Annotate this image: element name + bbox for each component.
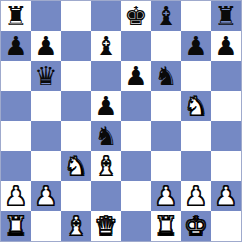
square-d5[interactable]: ♟ (91, 91, 121, 121)
square-e3[interactable] (121, 151, 151, 181)
square-h6[interactable] (211, 61, 241, 91)
square-g6[interactable] (181, 61, 211, 91)
black-pawn[interactable]: ♟ (124, 61, 147, 91)
white-pawn[interactable]: ♟ (154, 181, 177, 211)
square-e6[interactable]: ♟ (121, 61, 151, 91)
square-h7[interactable]: ♟ (211, 31, 241, 61)
square-h3[interactable] (211, 151, 241, 181)
square-c1[interactable]: ♝ (61, 211, 91, 241)
square-c2[interactable] (61, 181, 91, 211)
square-e1[interactable] (121, 211, 151, 241)
black-rook[interactable]: ♜ (4, 1, 27, 31)
square-d4[interactable]: ♞ (91, 121, 121, 151)
square-a6[interactable] (1, 61, 31, 91)
square-c3[interactable]: ♞ (61, 151, 91, 181)
square-a3[interactable] (1, 151, 31, 181)
square-b4[interactable] (31, 121, 61, 151)
black-pawn[interactable]: ♟ (4, 31, 27, 61)
white-queen[interactable]: ♛ (94, 211, 117, 241)
black-bishop[interactable]: ♝ (154, 1, 177, 31)
square-h4[interactable] (211, 121, 241, 151)
white-bishop[interactable]: ♝ (94, 151, 117, 181)
square-g1[interactable]: ♚ (181, 211, 211, 241)
square-c7[interactable] (61, 31, 91, 61)
black-knight[interactable]: ♞ (154, 61, 177, 91)
square-b2[interactable]: ♟ (31, 181, 61, 211)
square-g2[interactable]: ♟ (181, 181, 211, 211)
square-d8[interactable] (91, 1, 121, 31)
white-bishop[interactable]: ♝ (64, 211, 87, 241)
black-pawn[interactable]: ♟ (184, 31, 207, 61)
black-pawn[interactable]: ♟ (34, 31, 57, 61)
square-f6[interactable]: ♞ (151, 61, 181, 91)
square-a5[interactable] (1, 91, 31, 121)
square-b3[interactable] (31, 151, 61, 181)
square-h8[interactable]: ♜ (211, 1, 241, 31)
white-rook[interactable]: ♜ (4, 211, 27, 241)
square-c4[interactable] (61, 121, 91, 151)
square-c8[interactable] (61, 1, 91, 31)
square-a4[interactable] (1, 121, 31, 151)
chess-board: ♜♚♝♜♟♟♝♟♟♛♟♞♟♞♞♞♝♟♟♟♟♟♜♝♛♜♚ (1, 1, 241, 241)
black-pawn[interactable]: ♟ (94, 91, 117, 121)
square-f4[interactable] (151, 121, 181, 151)
square-g3[interactable] (181, 151, 211, 181)
square-h5[interactable] (211, 91, 241, 121)
square-a7[interactable]: ♟ (1, 31, 31, 61)
square-e7[interactable] (121, 31, 151, 61)
white-rook[interactable]: ♜ (154, 211, 177, 241)
square-g5[interactable]: ♞ (181, 91, 211, 121)
square-b7[interactable]: ♟ (31, 31, 61, 61)
square-h2[interactable]: ♟ (211, 181, 241, 211)
square-f5[interactable] (151, 91, 181, 121)
white-knight[interactable]: ♞ (64, 151, 87, 181)
black-pawn[interactable]: ♟ (214, 31, 237, 61)
square-f1[interactable]: ♜ (151, 211, 181, 241)
black-bishop[interactable]: ♝ (94, 31, 117, 61)
square-c5[interactable] (61, 91, 91, 121)
square-f7[interactable] (151, 31, 181, 61)
square-b8[interactable] (31, 1, 61, 31)
square-e4[interactable] (121, 121, 151, 151)
square-b5[interactable] (31, 91, 61, 121)
square-g7[interactable]: ♟ (181, 31, 211, 61)
square-b6[interactable]: ♛ (31, 61, 61, 91)
square-a8[interactable]: ♜ (1, 1, 31, 31)
square-d6[interactable] (91, 61, 121, 91)
white-knight[interactable]: ♞ (184, 91, 207, 121)
square-e5[interactable] (121, 91, 151, 121)
square-e2[interactable] (121, 181, 151, 211)
square-f3[interactable] (151, 151, 181, 181)
chess-board-frame: ♜♚♝♜♟♟♝♟♟♛♟♞♟♞♞♞♝♟♟♟♟♟♜♝♛♜♚ (0, 0, 242, 242)
square-d2[interactable] (91, 181, 121, 211)
black-king[interactable]: ♚ (124, 1, 147, 31)
square-g4[interactable] (181, 121, 211, 151)
black-queen[interactable]: ♛ (34, 61, 57, 91)
square-b1[interactable] (31, 211, 61, 241)
white-pawn[interactable]: ♟ (184, 181, 207, 211)
square-d1[interactable]: ♛ (91, 211, 121, 241)
square-d7[interactable]: ♝ (91, 31, 121, 61)
white-pawn[interactable]: ♟ (214, 181, 237, 211)
square-d3[interactable]: ♝ (91, 151, 121, 181)
square-a2[interactable]: ♟ (1, 181, 31, 211)
white-king[interactable]: ♚ (184, 211, 207, 241)
square-f2[interactable]: ♟ (151, 181, 181, 211)
black-knight[interactable]: ♞ (94, 121, 117, 151)
white-pawn[interactable]: ♟ (4, 181, 27, 211)
square-e8[interactable]: ♚ (121, 1, 151, 31)
square-c6[interactable] (61, 61, 91, 91)
square-h1[interactable] (211, 211, 241, 241)
square-f8[interactable]: ♝ (151, 1, 181, 31)
white-pawn[interactable]: ♟ (34, 181, 57, 211)
black-rook[interactable]: ♜ (214, 1, 237, 31)
square-a1[interactable]: ♜ (1, 211, 31, 241)
square-g8[interactable] (181, 1, 211, 31)
